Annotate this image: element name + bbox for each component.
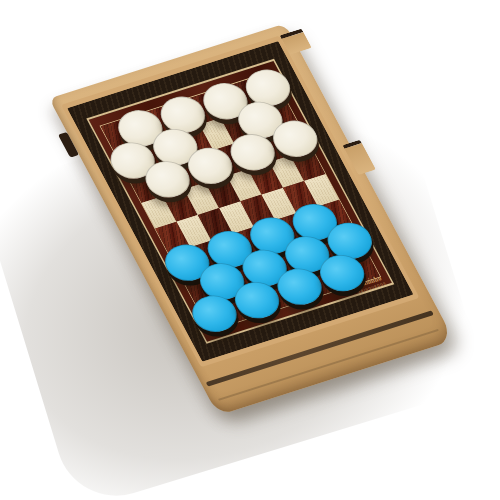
scene: Maninho BRINQUEDOS xyxy=(0,0,500,500)
